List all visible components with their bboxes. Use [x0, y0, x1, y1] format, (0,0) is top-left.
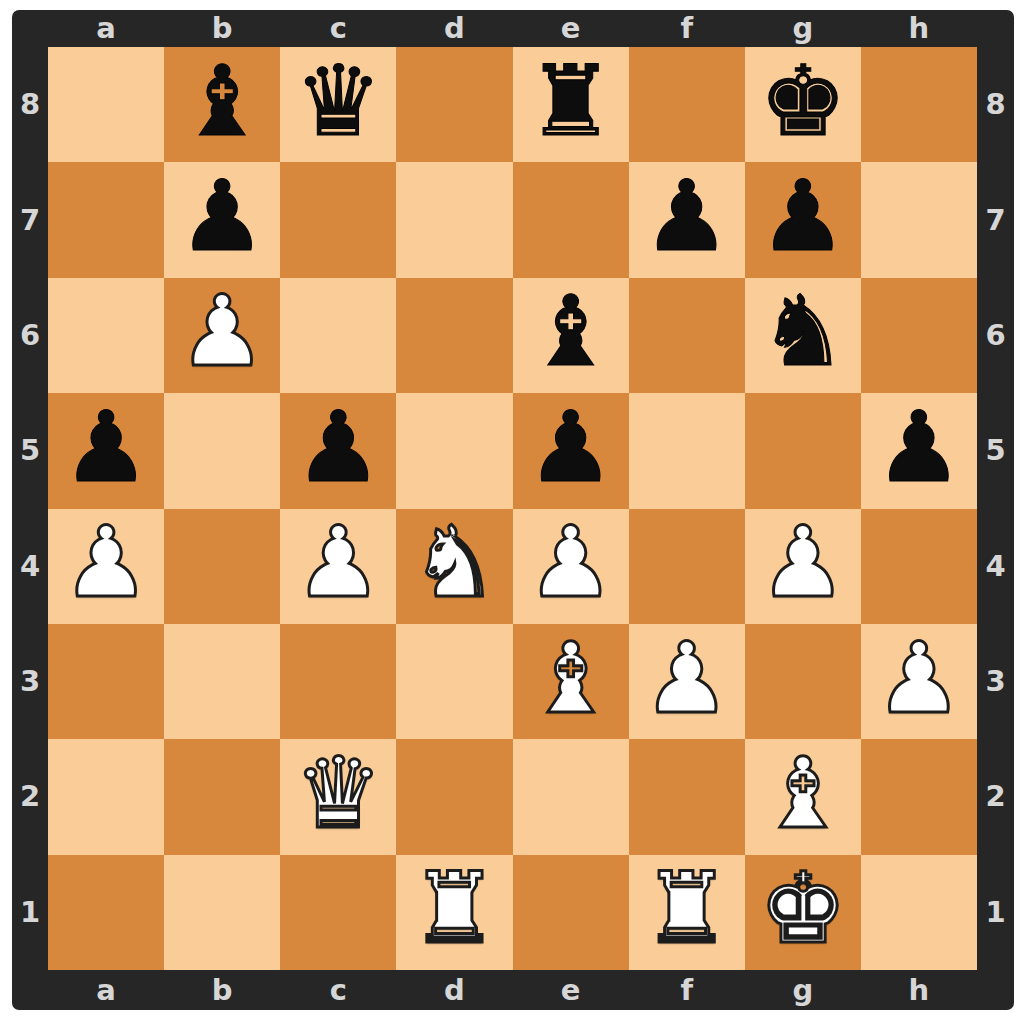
square-a6[interactable] [48, 278, 164, 393]
square-f2[interactable] [629, 739, 745, 854]
rank-label-left-6: 6 [12, 278, 48, 393]
file-label-top-e: e [513, 10, 629, 47]
white-bishop-g2: ♝ [759, 744, 847, 842]
file-label-top-a: a [48, 10, 164, 47]
white-knight-d4: ♞ [411, 513, 499, 611]
square-c5[interactable]: ♟ [280, 393, 396, 508]
square-f8[interactable] [629, 47, 745, 162]
square-b1[interactable] [164, 855, 280, 970]
white-pawn-e4: ♟ [527, 513, 615, 611]
square-h3[interactable]: ♟ [861, 624, 977, 739]
square-a3[interactable] [48, 624, 164, 739]
square-c4[interactable]: ♟ [280, 509, 396, 624]
square-d5[interactable] [396, 393, 512, 508]
square-d1[interactable]: ♜ [396, 855, 512, 970]
square-h2[interactable] [861, 739, 977, 854]
square-b7[interactable]: ♟ [164, 162, 280, 277]
square-f4[interactable] [629, 509, 745, 624]
square-e7[interactable] [513, 162, 629, 277]
rank-label-left-3: 3 [12, 624, 48, 739]
black-knight-g6: ♞ [759, 282, 847, 380]
black-pawn-h5: ♟ [875, 398, 963, 496]
square-d3[interactable] [396, 624, 512, 739]
square-e8[interactable]: ♜ [513, 47, 629, 162]
square-b3[interactable] [164, 624, 280, 739]
square-c2[interactable]: ♛ [280, 739, 396, 854]
rank-label-left-1: 1 [12, 855, 48, 970]
square-g4[interactable]: ♟ [745, 509, 861, 624]
square-b2[interactable] [164, 739, 280, 854]
white-rook-f1: ♜ [643, 859, 731, 957]
white-bishop-e3: ♝ [527, 629, 615, 727]
file-label-bottom-e: e [513, 970, 629, 1010]
file-label-top-c: c [280, 10, 396, 47]
file-label-top-b: b [164, 10, 280, 47]
square-d2[interactable] [396, 739, 512, 854]
white-pawn-c4: ♟ [294, 513, 382, 611]
rank-label-right-6: 6 [977, 278, 1014, 393]
square-h8[interactable] [861, 47, 977, 162]
black-queen-c8: ♛ [294, 52, 382, 150]
white-pawn-g4: ♟ [759, 513, 847, 611]
square-a8[interactable] [48, 47, 164, 162]
square-h6[interactable] [861, 278, 977, 393]
square-h5[interactable]: ♟ [861, 393, 977, 508]
square-e2[interactable] [513, 739, 629, 854]
file-label-top-g: g [745, 10, 861, 47]
white-pawn-a4: ♟ [62, 513, 150, 611]
corner-top-left [12, 10, 48, 47]
rank-label-left-4: 4 [12, 509, 48, 624]
square-c3[interactable] [280, 624, 396, 739]
corner-bottom-right [977, 970, 1014, 1010]
rank-label-left-2: 2 [12, 739, 48, 854]
file-label-top-f: f [629, 10, 745, 47]
file-label-bottom-c: c [280, 970, 396, 1010]
rank-label-right-3: 3 [977, 624, 1014, 739]
file-label-top-d: d [396, 10, 512, 47]
square-h4[interactable] [861, 509, 977, 624]
rank-label-right-2: 2 [977, 739, 1014, 854]
square-c7[interactable] [280, 162, 396, 277]
corner-bottom-left [12, 970, 48, 1010]
square-b5[interactable] [164, 393, 280, 508]
rank-label-right-4: 4 [977, 509, 1014, 624]
white-pawn-b6: ♟ [178, 282, 266, 380]
rank-label-right-1: 1 [977, 855, 1014, 970]
square-b4[interactable] [164, 509, 280, 624]
rank-label-right-7: 7 [977, 162, 1014, 277]
black-bishop-e6: ♝ [527, 282, 615, 380]
square-g7[interactable]: ♟ [745, 162, 861, 277]
square-c1[interactable] [280, 855, 396, 970]
white-pawn-h3: ♟ [875, 629, 963, 727]
square-e4[interactable]: ♟ [513, 509, 629, 624]
rank-label-left-8: 8 [12, 47, 48, 162]
square-f7[interactable]: ♟ [629, 162, 745, 277]
square-d6[interactable] [396, 278, 512, 393]
square-a7[interactable] [48, 162, 164, 277]
black-pawn-b7: ♟ [178, 167, 266, 265]
black-pawn-e5: ♟ [527, 398, 615, 496]
file-label-bottom-f: f [629, 970, 745, 1010]
square-f5[interactable] [629, 393, 745, 508]
rank-label-right-5: 5 [977, 393, 1014, 508]
square-g3[interactable] [745, 624, 861, 739]
square-a2[interactable] [48, 739, 164, 854]
black-rook-e8: ♜ [527, 52, 615, 150]
white-pawn-f3: ♟ [643, 629, 731, 727]
square-g1[interactable]: ♚ [745, 855, 861, 970]
square-d8[interactable] [396, 47, 512, 162]
square-g5[interactable] [745, 393, 861, 508]
rank-label-left-7: 7 [12, 162, 48, 277]
black-bishop-b8: ♝ [178, 52, 266, 150]
corner-top-right [977, 10, 1014, 47]
square-c6[interactable] [280, 278, 396, 393]
square-g8[interactable]: ♚ [745, 47, 861, 162]
black-pawn-f7: ♟ [643, 167, 731, 265]
file-label-bottom-g: g [745, 970, 861, 1010]
square-b8[interactable]: ♝ [164, 47, 280, 162]
white-rook-d1: ♜ [411, 859, 499, 957]
rank-label-right-8: 8 [977, 47, 1014, 162]
square-e6[interactable]: ♝ [513, 278, 629, 393]
square-f1[interactable]: ♜ [629, 855, 745, 970]
square-d7[interactable] [396, 162, 512, 277]
square-a4[interactable]: ♟ [48, 509, 164, 624]
file-label-bottom-h: h [861, 970, 977, 1010]
square-e5[interactable]: ♟ [513, 393, 629, 508]
white-king-g1: ♚ [759, 859, 847, 957]
file-label-top-h: h [861, 10, 977, 47]
square-d4[interactable]: ♞ [396, 509, 512, 624]
square-c8[interactable]: ♛ [280, 47, 396, 162]
square-e1[interactable] [513, 855, 629, 970]
square-a1[interactable] [48, 855, 164, 970]
chess-board: abcdefgh8♝♛♜♚87♟♟♟76♟♝♞65♟♟♟♟54♟♟♞♟♟43♝♟… [12, 10, 1014, 1010]
square-f3[interactable]: ♟ [629, 624, 745, 739]
square-b6[interactable]: ♟ [164, 278, 280, 393]
file-label-bottom-d: d [396, 970, 512, 1010]
square-h1[interactable] [861, 855, 977, 970]
white-queen-c2: ♛ [294, 744, 382, 842]
file-label-bottom-b: b [164, 970, 280, 1010]
black-king-g8: ♚ [759, 52, 847, 150]
black-pawn-a5: ♟ [62, 398, 150, 496]
square-g6[interactable]: ♞ [745, 278, 861, 393]
square-h7[interactable] [861, 162, 977, 277]
square-g2[interactable]: ♝ [745, 739, 861, 854]
black-pawn-c5: ♟ [294, 398, 382, 496]
square-a5[interactable]: ♟ [48, 393, 164, 508]
rank-label-left-5: 5 [12, 393, 48, 508]
black-pawn-g7: ♟ [759, 167, 847, 265]
file-label-bottom-a: a [48, 970, 164, 1010]
square-e3[interactable]: ♝ [513, 624, 629, 739]
square-f6[interactable] [629, 278, 745, 393]
